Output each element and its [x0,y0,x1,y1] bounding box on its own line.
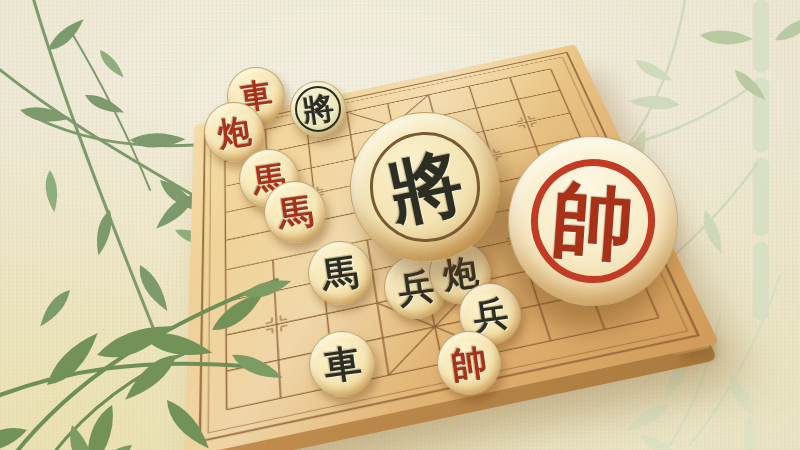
piece-red-horse[interactable]: 馬 [264,181,326,243]
piece-character: 將 [382,144,469,231]
xiangqi-promo-scene: 車將炮馬馬馬兵炮兵車帥將帥 [0,0,800,450]
piece-black-chariot[interactable]: 車 [309,331,375,397]
piece-character: 兵 [470,294,510,334]
piece-black-horse[interactable]: 馬 [308,241,372,305]
piece-character: 炮 [215,113,252,150]
piece-character: 馬 [320,253,361,294]
pieces-layer: 車將炮馬馬馬兵炮兵車帥將帥 [0,0,800,450]
piece-black-general[interactable]: 將 [290,81,346,137]
piece-character: 馬 [275,192,315,232]
piece-character: 車 [321,343,363,385]
piece-character: 帥 [549,177,637,265]
piece-character: 將 [300,91,335,126]
piece-black-giant-black-general: 將 [345,107,505,267]
piece-character: 帥 [449,343,490,384]
piece-red-giant-red-general: 帥 [492,120,694,322]
piece-red-general[interactable]: 帥 [437,331,501,395]
